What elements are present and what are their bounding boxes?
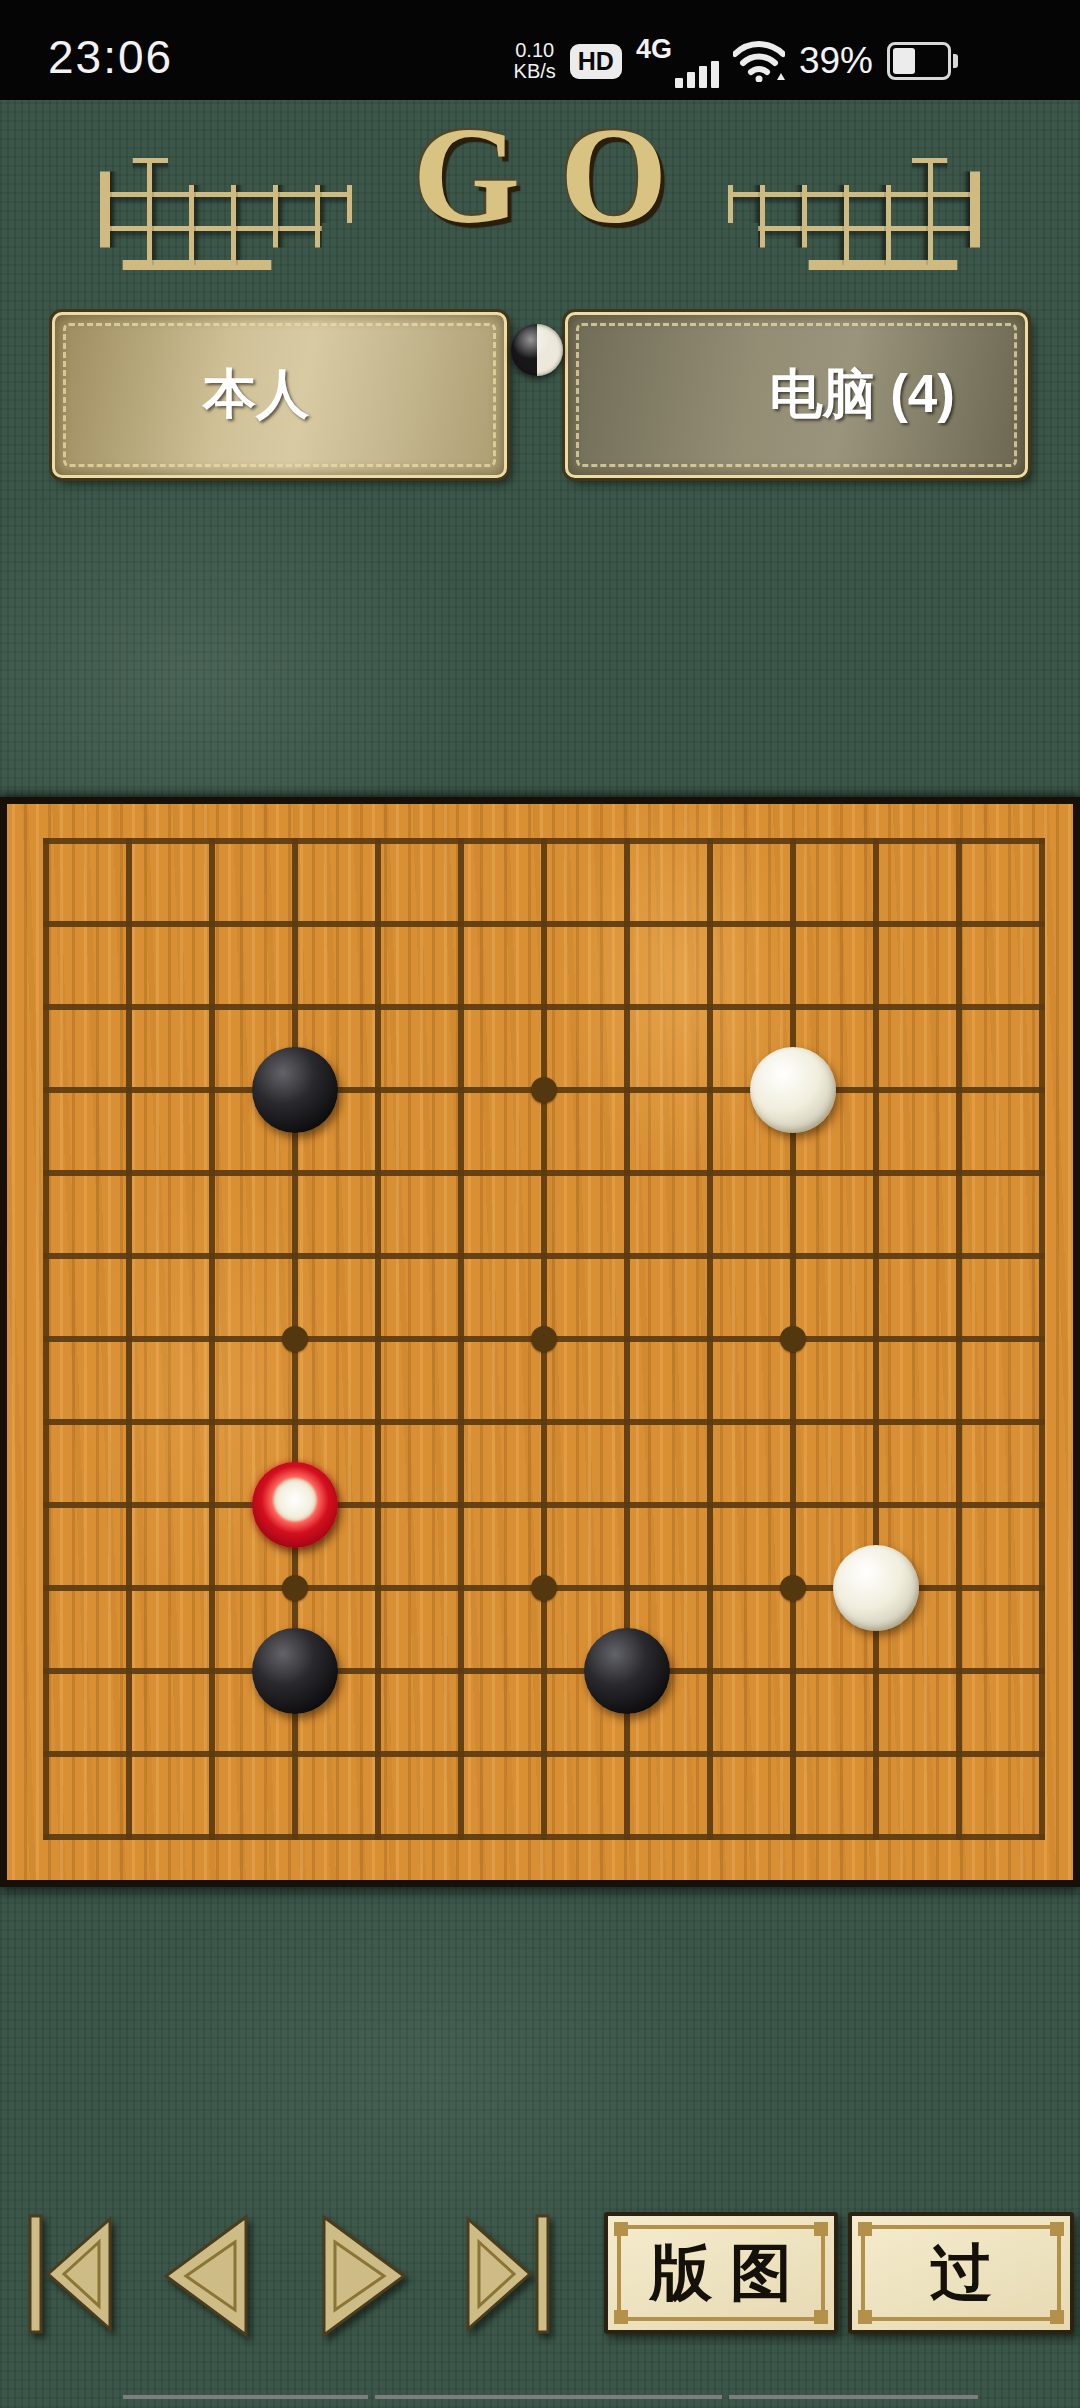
stone-white-D5-last-move [252, 1462, 338, 1548]
star-point [282, 1575, 308, 1601]
network-type-label: 4G [636, 34, 672, 65]
cellular-signal: 4G [636, 34, 719, 88]
status-icons: 0.10 KB/s HD 4G 39% [514, 34, 958, 88]
player-panel-human: 本人 [52, 312, 507, 478]
next-move-button[interactable] [320, 2214, 412, 2341]
stone-white-L4 [833, 1545, 919, 1631]
signal-bars-icon [675, 34, 719, 88]
stone-black-D3 [252, 1628, 338, 1714]
skip-to-start-button[interactable] [26, 2214, 116, 2337]
wifi-icon [733, 40, 785, 82]
player-panel-computer: 电脑 (4) [565, 312, 1028, 478]
territory-map-button-label: 版图 [632, 2231, 810, 2315]
battery-percent-label: 39% [799, 40, 873, 82]
bottom-divider-segment [729, 2395, 978, 2399]
bottom-divider-segment [375, 2395, 722, 2399]
stone-white-K10 [750, 1047, 836, 1133]
star-point [531, 1575, 557, 1601]
stone-black-D10 [252, 1047, 338, 1133]
star-point [282, 1326, 308, 1352]
star-point [531, 1326, 557, 1352]
status-bar: 23:06 0.10 KB/s HD 4G [0, 0, 1080, 100]
network-speed-unit: KB/s [514, 61, 556, 82]
clock: 23:06 [48, 30, 173, 84]
star-point [780, 1326, 806, 1352]
skip-to-end-button[interactable] [462, 2214, 552, 2337]
star-point [780, 1575, 806, 1601]
player-name-computer: 电脑 (4) [770, 359, 956, 431]
territory-map-button[interactable]: 版图 [604, 2212, 838, 2334]
previous-move-button[interactable] [158, 2214, 250, 2341]
network-speed: 0.10 KB/s [514, 40, 556, 82]
bottom-divider-segment [123, 2395, 368, 2399]
stone-black-H3 [584, 1628, 670, 1714]
network-speed-value: 0.10 [514, 40, 556, 61]
turn-indicator-stone-icon [511, 324, 563, 376]
hd-volte-icon: HD [570, 44, 622, 79]
pass-button[interactable]: 过 [848, 2212, 1074, 2334]
player-bar: 本人 电脑 (4) [52, 312, 1028, 484]
battery-icon [887, 42, 958, 80]
go-app-screen: 23:06 0.10 KB/s HD 4G [0, 0, 1080, 2408]
go-board[interactable] [0, 797, 1080, 1887]
star-point [531, 1077, 557, 1103]
pass-button-label: 过 [912, 2231, 1010, 2315]
player-name-human: 本人 [203, 359, 309, 431]
